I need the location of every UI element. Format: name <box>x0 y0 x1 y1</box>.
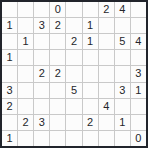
cell-r3c5-clue[interactable]: 2 <box>66 34 81 49</box>
puzzle-board: 0241321121541223353124232110 <box>0 0 148 148</box>
cell-r6c5-clue[interactable]: 5 <box>66 83 81 98</box>
cell-r6c6[interactable] <box>83 83 98 98</box>
cell-r1c9[interactable] <box>131 2 146 17</box>
cell-r6c9-clue[interactable]: 1 <box>131 83 146 98</box>
cell-r8c9[interactable] <box>131 115 146 130</box>
cell-r6c7[interactable] <box>99 83 114 98</box>
cell-r5c5[interactable] <box>66 66 81 81</box>
cell-r2c1-clue[interactable]: 1 <box>2 18 17 33</box>
cell-r5c1[interactable] <box>2 66 17 81</box>
cell-r8c1[interactable] <box>2 115 17 130</box>
cell-r9c8[interactable] <box>115 131 130 146</box>
cell-r1c1[interactable] <box>2 2 17 17</box>
cell-r1c3[interactable] <box>34 2 49 17</box>
cell-r7c5[interactable] <box>66 99 81 114</box>
cell-r5c2[interactable] <box>18 66 33 81</box>
cell-r9c5[interactable] <box>66 131 81 146</box>
cell-r8c5[interactable] <box>66 115 81 130</box>
cell-r6c1-clue[interactable]: 3 <box>2 83 17 98</box>
cell-r7c2[interactable] <box>18 99 33 114</box>
cell-r5c7[interactable] <box>99 66 114 81</box>
cell-r8c8-clue[interactable]: 1 <box>115 115 130 130</box>
cell-r2c6-clue[interactable]: 1 <box>83 18 98 33</box>
cell-r2c5[interactable] <box>66 18 81 33</box>
cell-r9c2[interactable] <box>18 131 33 146</box>
cell-r4c4[interactable] <box>50 50 65 65</box>
cell-r4c9[interactable] <box>131 50 146 65</box>
cell-r5c3-clue[interactable]: 2 <box>34 66 49 81</box>
cell-r8c6-clue[interactable]: 2 <box>83 115 98 130</box>
cell-r7c9[interactable] <box>131 99 146 114</box>
cell-r3c2-clue[interactable]: 1 <box>18 34 33 49</box>
cell-r5c8[interactable] <box>115 66 130 81</box>
cell-r3c9-clue[interactable]: 4 <box>131 34 146 49</box>
cell-r9c1-clue[interactable]: 1 <box>2 131 17 146</box>
cell-r1c2[interactable] <box>18 2 33 17</box>
cell-r3c8-clue[interactable]: 5 <box>115 34 130 49</box>
cell-r9c6[interactable] <box>83 131 98 146</box>
cell-r2c4-clue[interactable]: 2 <box>50 18 65 33</box>
cell-r4c5[interactable] <box>66 50 81 65</box>
cell-r4c6[interactable] <box>83 50 98 65</box>
cell-r7c7-clue[interactable]: 4 <box>99 99 114 114</box>
cell-r1c4-clue[interactable]: 0 <box>50 2 65 17</box>
cell-r8c2-clue[interactable]: 2 <box>18 115 33 130</box>
cell-r8c4[interactable] <box>50 115 65 130</box>
cell-r7c8[interactable] <box>115 99 130 114</box>
cell-r3c7[interactable] <box>99 34 114 49</box>
cell-r8c3-clue[interactable]: 3 <box>34 115 49 130</box>
cell-r2c8[interactable] <box>115 18 130 33</box>
cell-r4c8[interactable] <box>115 50 130 65</box>
cell-r9c3[interactable] <box>34 131 49 146</box>
cell-r8c7[interactable] <box>99 115 114 130</box>
cell-r2c2[interactable] <box>18 18 33 33</box>
cell-r9c4[interactable] <box>50 131 65 146</box>
cell-r3c4[interactable] <box>50 34 65 49</box>
cell-r1c8-clue[interactable]: 4 <box>115 2 130 17</box>
cell-r3c1[interactable] <box>2 34 17 49</box>
cell-r1c7-clue[interactable]: 2 <box>99 2 114 17</box>
cell-r3c6-clue[interactable]: 1 <box>83 34 98 49</box>
cell-r6c8-clue[interactable]: 3 <box>115 83 130 98</box>
cell-r7c4[interactable] <box>50 99 65 114</box>
cell-r6c4[interactable] <box>50 83 65 98</box>
cell-r4c2[interactable] <box>18 50 33 65</box>
cell-r4c1-clue[interactable]: 1 <box>2 50 17 65</box>
cell-r2c3-clue[interactable]: 3 <box>34 18 49 33</box>
cell-r2c9[interactable] <box>131 18 146 33</box>
cell-r5c6[interactable] <box>83 66 98 81</box>
cell-r4c7[interactable] <box>99 50 114 65</box>
cell-r7c3[interactable] <box>34 99 49 114</box>
cell-r1c6[interactable] <box>83 2 98 17</box>
cell-r3c3[interactable] <box>34 34 49 49</box>
cell-r6c2[interactable] <box>18 83 33 98</box>
cell-r5c4-clue[interactable]: 2 <box>50 66 65 81</box>
cell-r9c9-clue[interactable]: 0 <box>131 131 146 146</box>
cell-r6c3[interactable] <box>34 83 49 98</box>
cell-r7c6[interactable] <box>83 99 98 114</box>
cell-r7c1-clue[interactable]: 2 <box>2 99 17 114</box>
cell-r5c9-clue[interactable]: 3 <box>131 66 146 81</box>
cell-r9c7[interactable] <box>99 131 114 146</box>
cell-r1c5[interactable] <box>66 2 81 17</box>
cell-r2c7[interactable] <box>99 18 114 33</box>
cell-r4c3[interactable] <box>34 50 49 65</box>
